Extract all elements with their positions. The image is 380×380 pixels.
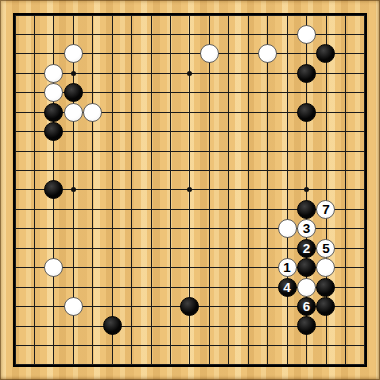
stone-white[interactable] <box>200 44 219 63</box>
move-number-label: 5 <box>322 239 330 258</box>
stone-black[interactable] <box>316 278 335 297</box>
stone-white[interactable] <box>64 103 83 122</box>
stone-white[interactable] <box>316 258 335 277</box>
move-number-label: 3 <box>303 219 311 238</box>
stone-white[interactable] <box>44 64 63 83</box>
stone-black-move-2[interactable]: 2 <box>297 239 316 258</box>
stone-black[interactable] <box>64 83 83 102</box>
star-point <box>304 187 309 192</box>
stone-black[interactable] <box>297 103 316 122</box>
stone-black-move-4[interactable]: 4 <box>278 278 297 297</box>
stone-black-move-6[interactable]: 6 <box>297 297 316 316</box>
stone-white-move-7[interactable]: 7 <box>316 200 335 219</box>
stone-black[interactable] <box>316 297 335 316</box>
stone-white[interactable] <box>258 44 277 63</box>
star-point <box>187 71 192 76</box>
stone-white[interactable] <box>297 25 316 44</box>
star-point <box>71 71 76 76</box>
stone-white[interactable] <box>278 219 297 238</box>
move-number-label: 1 <box>283 258 291 277</box>
stone-white[interactable] <box>44 83 63 102</box>
stone-black[interactable] <box>44 122 63 141</box>
move-number-label: 6 <box>303 297 311 316</box>
stone-black[interactable] <box>297 258 316 277</box>
stone-white-move-3[interactable]: 3 <box>297 219 316 238</box>
go-diagram-screenshot: 7325146 <box>0 0 380 380</box>
stone-white[interactable] <box>64 44 83 63</box>
move-number-label: 4 <box>283 278 291 297</box>
board-intersections[interactable]: 7325146 <box>5 5 374 374</box>
stone-white-move-5[interactable]: 5 <box>316 239 335 258</box>
stone-white[interactable] <box>44 258 63 277</box>
stone-white[interactable] <box>64 297 83 316</box>
move-number-label: 7 <box>322 200 330 219</box>
stone-black[interactable] <box>316 44 335 63</box>
stone-black[interactable] <box>297 316 316 335</box>
stone-black[interactable] <box>103 316 122 335</box>
stone-white[interactable] <box>83 103 102 122</box>
star-point <box>71 187 76 192</box>
stone-black[interactable] <box>180 297 199 316</box>
go-board[interactable]: 7325146 <box>0 0 380 380</box>
stone-black[interactable] <box>297 200 316 219</box>
move-number-label: 2 <box>303 239 311 258</box>
stone-black[interactable] <box>44 103 63 122</box>
stone-white-move-1[interactable]: 1 <box>278 258 297 277</box>
star-point <box>187 187 192 192</box>
stone-black[interactable] <box>297 64 316 83</box>
stone-black[interactable] <box>44 180 63 199</box>
stone-white[interactable] <box>297 278 316 297</box>
